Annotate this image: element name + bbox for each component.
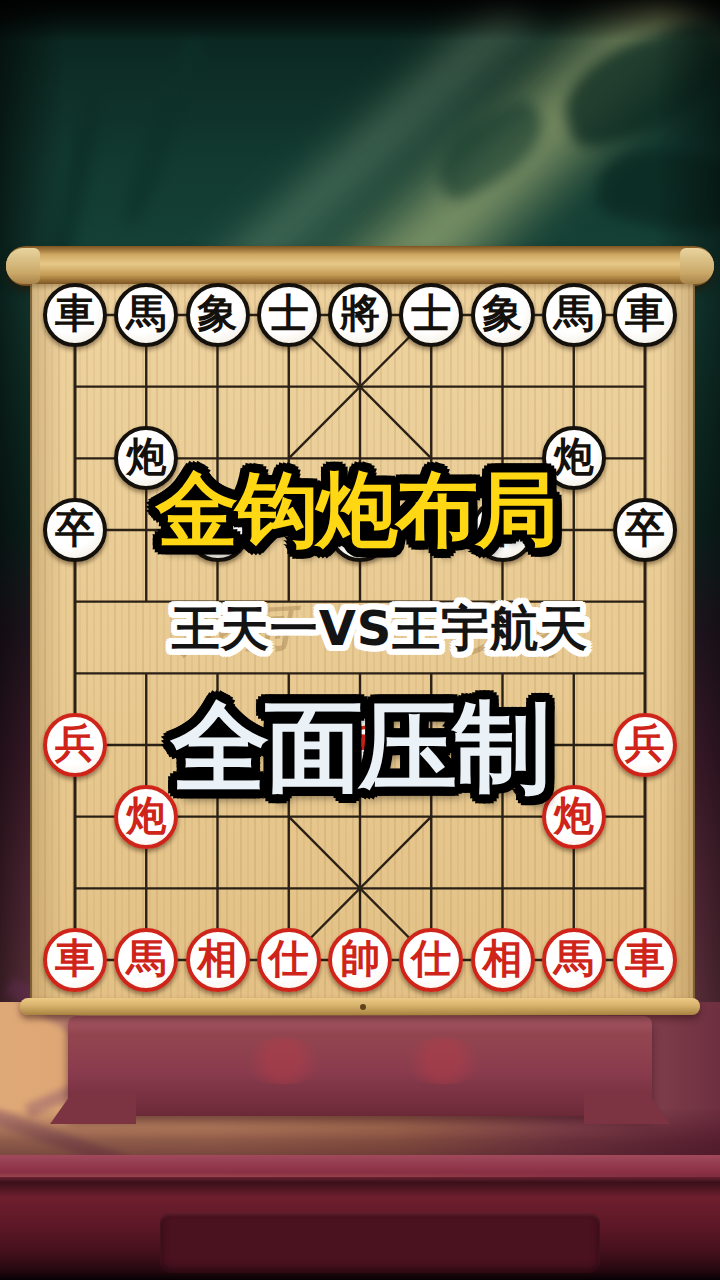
piece-black-卒[interactable]: 卒 [613,498,677,562]
piece-glyph: 炮 [554,436,594,476]
players-overlay: 王天一VS王宇航天 [172,603,589,653]
piece-glyph: 馬 [554,938,594,978]
piece-black-象[interactable]: 象 [471,283,535,347]
piece-black-士[interactable]: 士 [399,283,463,347]
piece-glyph: 仕 [269,938,309,978]
piece-black-馬[interactable]: 馬 [542,283,606,347]
piece-glyph: 帥 [340,938,380,978]
piece-glyph: 馬 [126,938,166,978]
piece-red-相[interactable]: 相 [186,928,250,992]
piece-glyph: 炮 [126,795,166,835]
batten-knot [360,1004,366,1010]
piece-glyph: 兵 [55,723,95,763]
scroll-bottom-batten [20,998,700,1015]
video-frame: 楚河 汉界 車馬象士將士象馬車炮炮卒卒卒卒卒兵兵兵兵兵炮炮車馬相仕帥仕相馬車 金… [0,0,720,1280]
piece-black-車[interactable]: 車 [613,283,677,347]
piece-glyph: 象 [483,293,523,333]
piece-glyph: 相 [198,938,238,978]
piece-glyph: 卒 [625,508,665,548]
piece-glyph: 將 [340,293,380,333]
piece-red-兵[interactable]: 兵 [613,713,677,777]
piece-black-馬[interactable]: 馬 [114,283,178,347]
piece-red-馬[interactable]: 馬 [542,928,606,992]
piece-glyph: 馬 [554,293,594,333]
stand-carving [238,1038,328,1084]
piece-red-仕[interactable]: 仕 [257,928,321,992]
piece-black-象[interactable]: 象 [186,283,250,347]
piece-glyph: 車 [55,938,95,978]
roller-end-cap-left [6,248,40,284]
piece-glyph: 相 [483,938,523,978]
piece-black-將[interactable]: 將 [328,283,392,347]
piece-black-士[interactable]: 士 [257,283,321,347]
piece-glyph: 仕 [411,938,451,978]
roller-end-cap-right [680,248,714,284]
piece-red-馬[interactable]: 馬 [114,928,178,992]
piece-red-炮[interactable]: 炮 [114,785,178,849]
stand-carving [398,1038,488,1084]
title-overlay: 金钩炮布局 [156,467,556,553]
piece-red-炮[interactable]: 炮 [542,785,606,849]
piece-glyph: 士 [411,293,451,333]
piece-red-車[interactable]: 車 [613,928,677,992]
piece-glyph: 車 [55,293,95,333]
piece-black-卒[interactable]: 卒 [43,498,107,562]
piece-red-相[interactable]: 相 [471,928,535,992]
piece-red-仕[interactable]: 仕 [399,928,463,992]
piece-glyph: 車 [625,938,665,978]
board-stand [68,1016,652,1116]
piece-red-帥[interactable]: 帥 [328,928,392,992]
piece-glyph: 兵 [625,723,665,763]
table-front [0,1155,720,1280]
piece-red-車[interactable]: 車 [43,928,107,992]
piece-glyph: 象 [198,293,238,333]
piece-glyph: 馬 [126,293,166,333]
scroll-top-roller [6,246,714,286]
piece-black-車[interactable]: 車 [43,283,107,347]
piece-red-兵[interactable]: 兵 [43,713,107,777]
piece-glyph: 車 [625,293,665,333]
piece-glyph: 卒 [55,508,95,548]
caption-overlay: 全面压制 [171,696,547,799]
piece-glyph: 士 [269,293,309,333]
piece-glyph: 炮 [554,795,594,835]
table-panel [160,1213,600,1273]
